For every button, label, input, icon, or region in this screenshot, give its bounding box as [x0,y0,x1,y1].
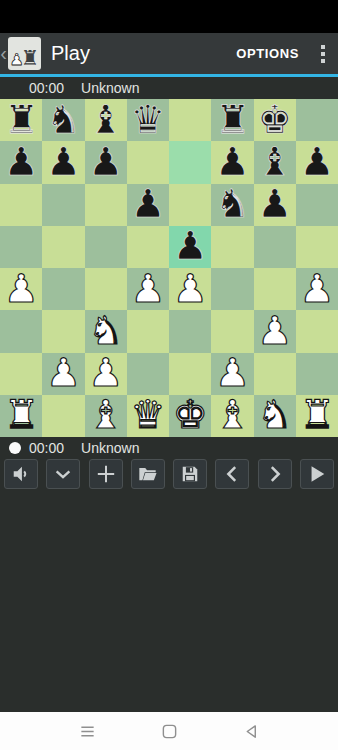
new-game-button[interactable] [89,459,123,489]
white-player-name: Unknown [81,440,139,456]
white-pawn: ♟ [46,353,81,392]
square-h4[interactable]: ♟ [296,268,338,310]
white-bishop: ♝ [215,395,250,434]
square-e3[interactable] [169,310,211,352]
white-rook: ♜ [299,395,334,434]
recents-button[interactable] [78,722,97,741]
black-rook: ♜ [4,100,39,139]
square-h7[interactable]: ♟ [296,141,338,183]
black-pawn: ♟ [215,142,250,181]
white-pawn: ♟ [4,269,39,308]
square-d8[interactable]: ♛ [127,99,169,141]
white-pawn: ♟ [88,353,123,392]
square-f8[interactable]: ♜ [211,99,253,141]
square-f5[interactable] [211,226,253,268]
black-knight: ♞ [215,184,250,223]
square-a3[interactable] [0,310,42,352]
speaker-icon [11,464,31,484]
square-c5[interactable] [85,226,127,268]
white-queen: ♛ [130,395,165,434]
square-g7[interactable]: ♝ [254,141,296,183]
square-b1[interactable] [42,395,84,437]
square-e5[interactable]: ♟ [169,226,211,268]
square-c2[interactable]: ♟ [85,353,127,395]
back-triangle-icon [243,723,260,740]
square-d3[interactable] [127,310,169,352]
black-pawn: ♟ [4,142,39,181]
home-button[interactable] [160,722,179,741]
square-d5[interactable] [127,226,169,268]
black-bishop: ♝ [257,142,292,181]
plus-icon [96,464,116,484]
square-e6[interactable] [169,184,211,226]
square-d7[interactable] [127,141,169,183]
square-e7[interactable] [169,141,211,183]
white-pawn: ♟ [299,269,334,308]
white-pawn: ♟ [173,269,208,308]
white-clock: 00:00 [29,440,64,456]
square-d1[interactable]: ♛ [127,395,169,437]
square-a4[interactable]: ♟ [0,268,42,310]
black-clock: 00:00 [29,80,64,96]
square-b7[interactable]: ♟ [42,141,84,183]
square-b4[interactable] [42,268,84,310]
black-pawn: ♟ [46,142,81,181]
play-engine-button[interactable] [300,459,334,489]
square-c6[interactable] [85,184,127,226]
square-a5[interactable] [0,226,42,268]
open-game-button[interactable] [131,459,165,489]
black-player-name: Unknown [81,80,139,96]
square-b5[interactable] [42,226,84,268]
up-caret-icon[interactable]: ‹ [0,33,7,74]
square-f4[interactable] [211,268,253,310]
square-g1[interactable]: ♞ [254,395,296,437]
square-c4[interactable] [85,268,127,310]
save-floppy-icon [180,464,200,484]
folder-open-icon [137,464,158,484]
black-pawn: ♟ [173,226,208,265]
square-a7[interactable]: ♟ [0,141,42,183]
collapse-button[interactable] [46,459,80,489]
square-g6[interactable]: ♟ [254,184,296,226]
back-button[interactable] [242,722,261,741]
prev-move-button[interactable] [215,459,249,489]
white-rook: ♜ [4,395,39,434]
black-pawn: ♟ [299,142,334,181]
square-c7[interactable]: ♟ [85,141,127,183]
white-turn-indicator [9,442,21,454]
white-knight: ♞ [257,395,292,434]
action-bar: ‹ ♟ ♜ Play OPTIONS [0,33,338,74]
black-rook: ♜ [215,100,250,139]
square-b6[interactable] [42,184,84,226]
square-f3[interactable] [211,310,253,352]
square-e2[interactable] [169,353,211,395]
square-g8[interactable]: ♚ [254,99,296,141]
square-e4[interactable]: ♟ [169,268,211,310]
square-f1[interactable]: ♝ [211,395,253,437]
square-f2[interactable]: ♟ [211,353,253,395]
options-button[interactable]: OPTIONS [236,46,299,61]
square-f6[interactable]: ♞ [211,184,253,226]
white-pawn: ♟ [257,311,292,350]
black-pawn: ♟ [257,184,292,223]
square-e1[interactable]: ♚ [169,395,211,437]
android-nav-bar [0,712,338,750]
menu-lines-icon [79,723,96,740]
chevron-right-icon [265,464,285,484]
square-h2[interactable] [296,353,338,395]
square-g2[interactable] [254,353,296,395]
white-bishop: ♝ [88,395,123,434]
overflow-menu-icon[interactable] [321,45,325,63]
chess-board[interactable]: ♜♞♝♛♜♚♟♟♟♟♝♟♟♞♟♟♟♟♟♟♞♟♟♟♟♜♝♛♚♝♞♜ [0,99,338,437]
white-player-bar: 00:00 Unknown [0,437,338,458]
black-knight: ♞ [46,100,81,139]
white-pawn: ♟ [215,353,250,392]
black-pawn: ♟ [88,142,123,181]
square-a8[interactable]: ♜ [0,99,42,141]
chevron-left-icon [222,464,242,484]
play-triangle-icon [307,464,327,484]
app-icon[interactable]: ♟ ♜ [8,37,41,70]
black-bishop: ♝ [88,100,123,139]
app-icon-rook-glyph: ♜ [21,48,40,69]
black-player-bar: 00:00 Unknown [0,77,338,99]
square-a1[interactable]: ♜ [0,395,42,437]
square-c3[interactable]: ♞ [85,310,127,352]
square-c8[interactable]: ♝ [85,99,127,141]
square-b3[interactable] [42,310,84,352]
square-f7[interactable]: ♟ [211,141,253,183]
white-king: ♚ [173,395,208,434]
square-b8[interactable]: ♞ [42,99,84,141]
next-move-button[interactable] [258,459,292,489]
square-e8[interactable] [169,99,211,141]
page-title: Play [51,42,90,65]
sound-button[interactable] [4,459,38,489]
game-toolbar [0,458,338,490]
square-g4[interactable] [254,268,296,310]
square-c1[interactable]: ♝ [85,395,127,437]
square-g5[interactable] [254,226,296,268]
square-h3[interactable] [296,310,338,352]
square-d4[interactable]: ♟ [127,268,169,310]
square-h5[interactable] [296,226,338,268]
square-a2[interactable] [0,353,42,395]
white-knight: ♞ [88,311,123,350]
black-king: ♚ [257,100,292,139]
white-pawn: ♟ [130,269,165,308]
black-queen: ♛ [130,100,165,139]
save-game-button[interactable] [173,459,207,489]
square-h8[interactable] [296,99,338,141]
square-d6[interactable]: ♟ [127,184,169,226]
empty-panel [0,490,338,712]
square-b2[interactable]: ♟ [42,353,84,395]
square-g3[interactable]: ♟ [254,310,296,352]
black-pawn: ♟ [130,184,165,223]
chevron-down-icon [53,464,73,484]
status-bar [0,0,338,33]
phone-screen: ‹ ♟ ♜ Play OPTIONS 00:00 Unknown ♜♞♝♛♜♚♟… [0,0,338,750]
square-h1[interactable]: ♜ [296,395,338,437]
square-a6[interactable] [0,184,42,226]
square-d2[interactable] [127,353,169,395]
home-square-icon [161,723,178,740]
square-h6[interactable] [296,184,338,226]
